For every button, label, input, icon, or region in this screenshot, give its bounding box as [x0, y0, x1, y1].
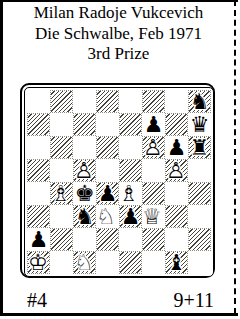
square-d1 — [96, 251, 119, 274]
square-c2 — [73, 228, 96, 251]
problem-diagram-page: Milan Radoje Vukcevich Die Schwalbe, Feb… — [0, 0, 240, 319]
square-g3 — [165, 205, 188, 228]
square-c8 — [73, 90, 96, 113]
black-pawn: ♟ — [27, 228, 50, 251]
chessboard-inner-border: ♞♟♛♟♙♟♜♟♙♟♙♝♗♚♟♝♗♞♞♘♟♛♕♟♚♔♞♘♝ — [24, 87, 214, 277]
square-c5: ♟♙ — [73, 159, 96, 182]
black-bishop: ♝ — [166, 251, 187, 274]
square-h7: ♛ — [188, 113, 211, 136]
black-queen: ♛ — [188, 113, 211, 136]
black-pawn: ♟ — [142, 113, 165, 136]
black-pawn: ♟ — [97, 182, 118, 205]
square-d3: ♞♘ — [96, 205, 119, 228]
frame-top-line — [0, 0, 238, 2]
square-e7 — [119, 113, 142, 136]
square-h6: ♜ — [188, 136, 211, 159]
square-g4 — [165, 182, 188, 205]
white-pawn: ♟♙ — [143, 136, 164, 159]
square-b2 — [50, 228, 73, 251]
square-g6: ♟ — [165, 136, 188, 159]
square-a7 — [27, 113, 50, 136]
square-d8 — [96, 90, 119, 113]
black-rook: ♜ — [189, 136, 210, 159]
square-c4: ♚ — [73, 182, 96, 205]
square-g1: ♝ — [165, 251, 188, 274]
problem-award: 3rd Prize — [0, 44, 237, 65]
square-e8 — [119, 90, 142, 113]
white-pawn: ♟♙ — [74, 159, 95, 182]
square-d5 — [96, 159, 119, 182]
square-b8 — [50, 90, 73, 113]
square-b4: ♝♗ — [50, 182, 73, 205]
square-g2 — [165, 228, 188, 251]
square-d2 — [96, 228, 119, 251]
white-knight: ♞♘ — [96, 205, 119, 228]
square-f7: ♟ — [142, 113, 165, 136]
square-g5: ♟♙ — [165, 159, 188, 182]
square-g7 — [165, 113, 188, 136]
square-f6: ♟♙ — [142, 136, 165, 159]
black-king: ♚ — [73, 182, 96, 205]
square-f1 — [142, 251, 165, 274]
white-knight: ♞♘ — [74, 251, 95, 274]
square-h1 — [188, 251, 211, 274]
white-bishop: ♝♗ — [119, 182, 142, 205]
square-d4: ♟ — [96, 182, 119, 205]
square-g8 — [165, 90, 188, 113]
square-h4 — [188, 182, 211, 205]
square-e4: ♝♗ — [119, 182, 142, 205]
square-b5 — [50, 159, 73, 182]
square-c6 — [73, 136, 96, 159]
chessboard-border: ♞♟♛♟♙♟♜♟♙♟♙♝♗♚♟♝♗♞♞♘♟♛♕♟♚♔♞♘♝ — [20, 83, 215, 278]
black-knight: ♞ — [74, 205, 95, 228]
square-b6 — [50, 136, 73, 159]
square-c7 — [73, 113, 96, 136]
square-f3: ♛♕ — [142, 205, 165, 228]
square-e3: ♟ — [119, 205, 142, 228]
square-f8 — [142, 90, 165, 113]
square-e2 — [119, 228, 142, 251]
white-queen: ♛♕ — [142, 205, 165, 228]
square-a8 — [27, 90, 50, 113]
square-h5 — [188, 159, 211, 182]
caption-row: #4 9+11 — [20, 289, 215, 311]
square-a6 — [27, 136, 50, 159]
square-c3: ♞ — [73, 205, 96, 228]
white-pawn: ♟♙ — [166, 159, 187, 182]
problem-source: Die Schwalbe, Feb 1971 — [0, 24, 237, 45]
square-h8: ♞ — [188, 90, 211, 113]
square-e5 — [119, 159, 142, 182]
square-d6 — [96, 136, 119, 159]
square-h3 — [188, 205, 211, 228]
square-a5 — [27, 159, 50, 182]
square-e1 — [119, 251, 142, 274]
square-c1: ♞♘ — [73, 251, 96, 274]
square-a4 — [27, 182, 50, 205]
square-f5 — [142, 159, 165, 182]
square-d7 — [96, 113, 119, 136]
square-a1: ♚♔ — [27, 251, 50, 274]
white-bishop: ♝♗ — [51, 182, 72, 205]
square-f2 — [142, 228, 165, 251]
square-a3 — [27, 205, 50, 228]
black-pawn: ♟ — [120, 205, 141, 228]
chessboard: ♞♟♛♟♙♟♜♟♙♟♙♝♗♚♟♝♗♞♞♘♟♛♕♟♚♔♞♘♝ — [27, 90, 211, 274]
white-king: ♚♔ — [28, 251, 49, 274]
square-b1 — [50, 251, 73, 274]
frame-bottom-line — [0, 313, 238, 316]
square-f4 — [142, 182, 165, 205]
square-b3 — [50, 205, 73, 228]
black-pawn: ♟ — [165, 136, 188, 159]
caption-piece-count: 9+11 — [173, 289, 214, 311]
black-knight: ♞ — [189, 90, 210, 113]
square-a2: ♟ — [27, 228, 50, 251]
square-b7 — [50, 113, 73, 136]
caption-stipulation: #4 — [27, 289, 47, 311]
problem-author: Milan Radoje Vukcevich — [0, 3, 237, 24]
square-h2 — [188, 228, 211, 251]
square-e6 — [119, 136, 142, 159]
problem-header: Milan Radoje Vukcevich Die Schwalbe, Feb… — [0, 3, 237, 65]
